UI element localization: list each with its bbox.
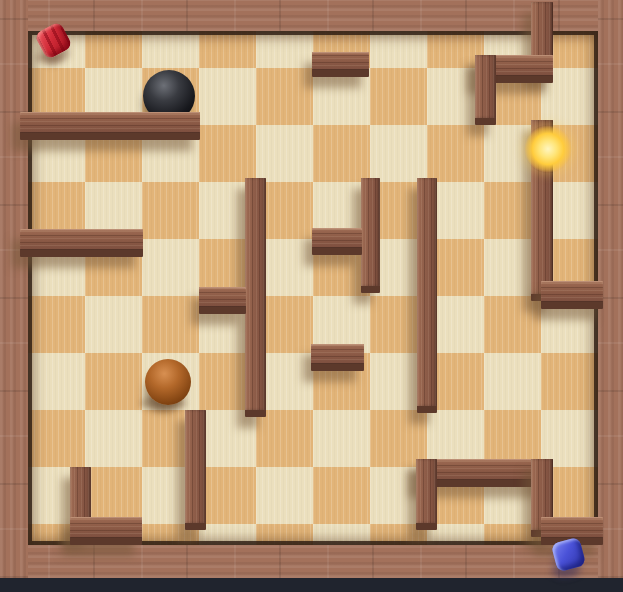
board-square bbox=[370, 125, 427, 182]
maze-wall-se-left-leg bbox=[416, 459, 437, 530]
board-square bbox=[313, 467, 370, 524]
board-square bbox=[142, 296, 199, 353]
maze-wall-top-mid-block bbox=[312, 52, 369, 77]
board-square bbox=[256, 410, 313, 467]
board-square bbox=[427, 125, 484, 182]
frame-top bbox=[0, 0, 623, 31]
maze-board-scene bbox=[0, 0, 623, 592]
board-square bbox=[199, 467, 256, 524]
yellow-orb[interactable] bbox=[524, 125, 572, 173]
board-square bbox=[199, 410, 256, 467]
board-square bbox=[199, 125, 256, 182]
frame-bottom bbox=[0, 545, 623, 578]
maze-wall-top-left-shelf bbox=[20, 112, 200, 140]
maze-wall-center-low-bar bbox=[311, 344, 364, 371]
board-square bbox=[313, 524, 370, 545]
maze-wall-center-mid bbox=[361, 178, 380, 293]
brown-ball[interactable] bbox=[145, 359, 191, 405]
board-square bbox=[85, 353, 142, 410]
frame-left bbox=[0, 0, 28, 578]
maze-wall-center-mid-stub bbox=[312, 228, 362, 255]
board-square bbox=[256, 68, 313, 125]
board-square bbox=[199, 31, 256, 68]
board-square bbox=[85, 296, 142, 353]
board-square bbox=[142, 239, 199, 296]
board-square bbox=[28, 410, 85, 467]
board-square bbox=[484, 353, 541, 410]
maze-wall-center-left-long bbox=[245, 178, 266, 417]
board-square bbox=[199, 68, 256, 125]
maze-wall-left-mid-shelf bbox=[20, 229, 143, 257]
board-square bbox=[256, 524, 313, 545]
board-square bbox=[313, 125, 370, 182]
board-square bbox=[85, 31, 142, 68]
board-square bbox=[85, 467, 142, 524]
board-square bbox=[370, 31, 427, 68]
table-edge bbox=[0, 578, 623, 592]
board-square bbox=[199, 524, 256, 545]
maze-wall-sw-L-horiz bbox=[70, 517, 142, 545]
board-square bbox=[256, 31, 313, 68]
board-square bbox=[370, 68, 427, 125]
board-square bbox=[484, 296, 541, 353]
board-square bbox=[85, 410, 142, 467]
board-square bbox=[28, 296, 85, 353]
board-square bbox=[142, 31, 199, 68]
board-square bbox=[28, 353, 85, 410]
maze-wall-east-foot bbox=[541, 281, 603, 309]
board-square bbox=[256, 467, 313, 524]
board-square bbox=[256, 125, 313, 182]
maze-wall-south-mid bbox=[185, 410, 206, 530]
board-square bbox=[142, 182, 199, 239]
maze-wall-center-right-long bbox=[417, 178, 437, 413]
maze-wall-zigzag-left-leg bbox=[475, 55, 496, 125]
board-square bbox=[541, 353, 598, 410]
board-square bbox=[313, 410, 370, 467]
maze-wall-center-left-stub bbox=[199, 287, 246, 314]
